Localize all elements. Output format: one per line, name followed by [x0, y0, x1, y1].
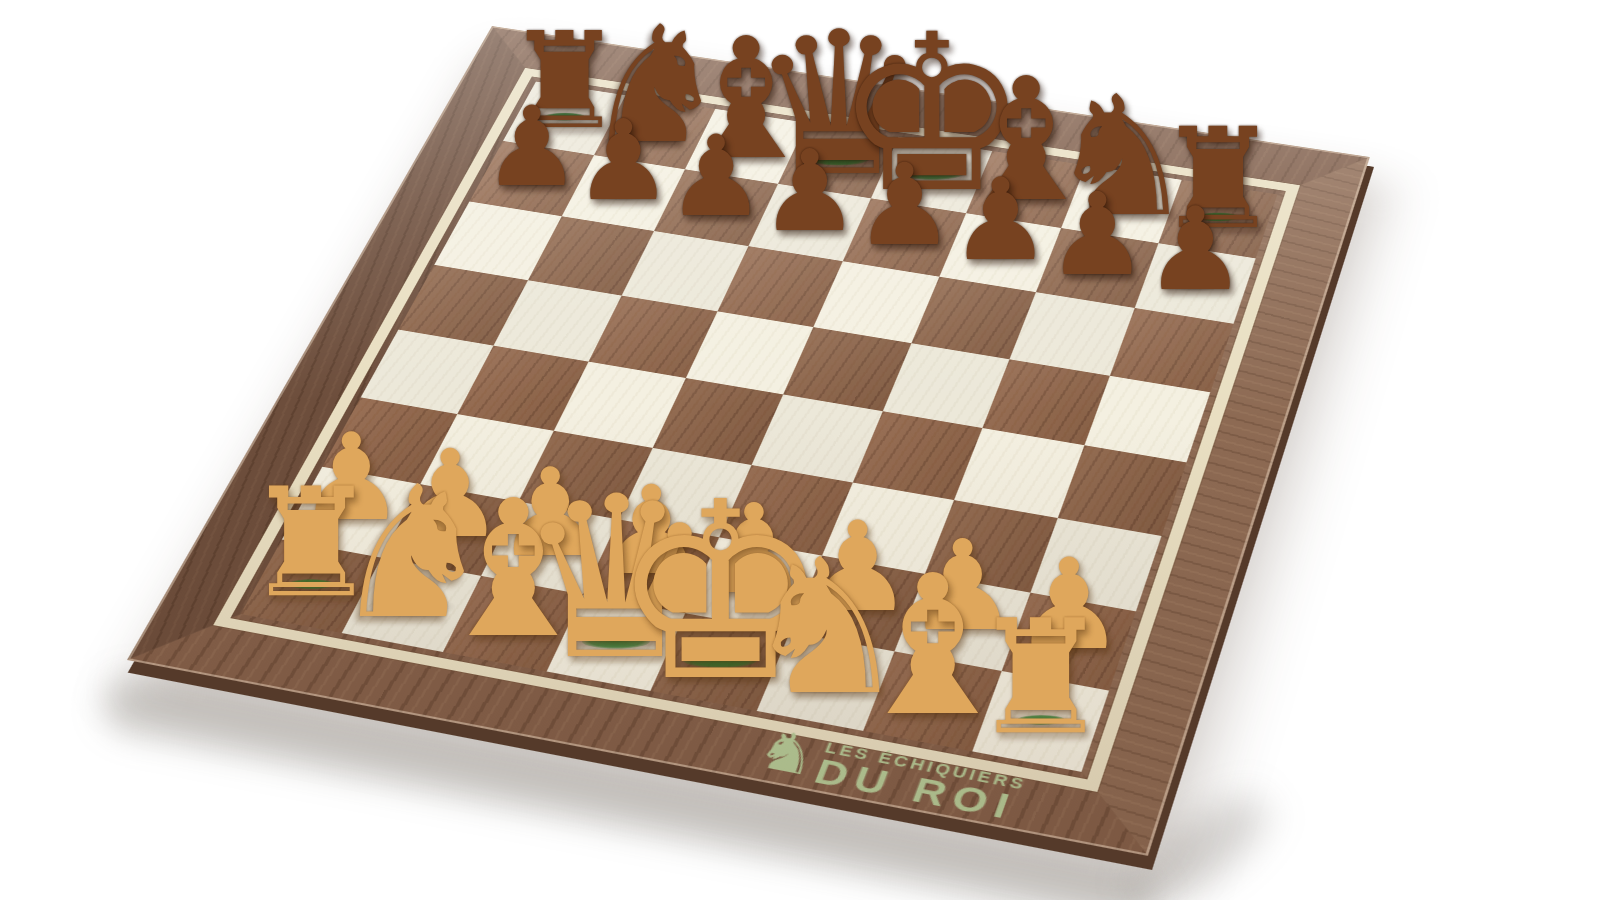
piece-white-rook-h1[interactable]: ♜	[971, 607, 1112, 721]
piece-black-pawn-e7[interactable]: ♟	[854, 155, 955, 237]
piece-black-pawn-b7[interactable]: ♟	[574, 112, 673, 192]
piece-black-pawn-f7[interactable]: ♟	[950, 170, 1052, 252]
piece-black-pawn-a7[interactable]: ♟	[482, 98, 581, 178]
product-photo-scene: ♞ LES ÉCHIQUIERS DU ROI ♜♞♝♛♚♝♞♜♟♟♟♟♟♟♟♟…	[0, 0, 1600, 900]
piece-black-pawn-c7[interactable]: ♟	[666, 126, 766, 207]
piece-black-pawn-g7[interactable]: ♟	[1046, 185, 1148, 268]
piece-black-pawn-h7[interactable]: ♟	[1144, 200, 1247, 283]
piece-black-pawn-d7[interactable]: ♟	[760, 141, 861, 222]
